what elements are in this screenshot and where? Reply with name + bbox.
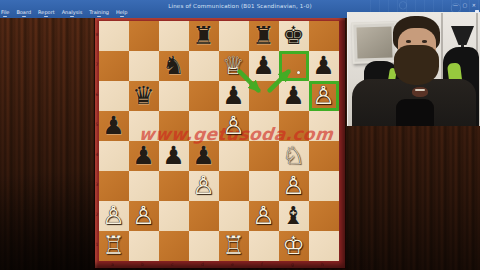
maximize-button[interactable]: ▢ [463,2,468,8]
app-window: Lines of Communication (B01 Scandinavian… [0,0,480,270]
square-e8[interactable] [219,21,249,51]
menu-bar: FileBoardReportAnalysisTrainingHelp [1,9,127,18]
square-b4[interactable]: ♟ [129,141,159,171]
highlight-h6 [309,81,339,111]
square-c2[interactable] [159,201,189,231]
menu-board[interactable]: Board [16,9,31,18]
square-d7[interactable] [189,51,219,81]
square-b1[interactable] [129,231,159,261]
coord-rank-3: 3 [95,182,98,187]
coord-rank-7: 7 [95,62,98,67]
cursor-dot [297,71,300,74]
coord-rank-6: 6 [95,92,98,97]
square-e3[interactable] [219,171,249,201]
square-b8[interactable] [129,21,159,51]
square-h8[interactable] [309,21,339,51]
square-b6[interactable]: ♛ [129,81,159,111]
piece-white-knight: ♘ [282,141,304,171]
square-e6[interactable]: ♟ [219,81,249,111]
square-d8[interactable]: ♜ [189,21,219,51]
square-g6[interactable]: ♟ [279,81,309,111]
square-f7[interactable]: ♟ [249,51,279,81]
square-h2[interactable] [309,201,339,231]
piece-black-knight: ♞ [162,51,184,81]
piece-black-rook: ♜ [192,21,214,51]
piece-white-pawn: ♙ [192,171,214,201]
presenter-shirt [396,99,434,126]
square-a5[interactable]: ♟ [99,111,129,141]
coord-rank-4: 4 [95,152,98,157]
piece-white-queen: ♕ [222,51,244,81]
square-g3[interactable]: ♙ [279,171,309,201]
piece-black-pawn: ♟ [162,141,184,171]
square-a8[interactable] [99,21,129,51]
piece-black-pawn: ♟ [312,51,334,81]
piece-white-pawn: ♙ [282,171,304,201]
menu-file[interactable]: File [1,9,9,18]
square-c8[interactable] [159,21,189,51]
ribbon-collapse-icon[interactable] [475,10,479,14]
square-g2[interactable]: ♝ [279,201,309,231]
piece-white-pawn: ♙ [102,201,124,231]
piece-black-pawn: ♟ [132,141,154,171]
square-e4[interactable] [219,141,249,171]
coord-rank-2: 2 [95,212,98,217]
square-c3[interactable] [159,171,189,201]
piece-white-rook: ♖ [222,231,244,261]
square-e1[interactable]: ♖ [219,231,249,261]
coord-file-f: f [261,262,263,267]
window-controls: —▢✕ [453,2,476,8]
piece-white-rook: ♖ [102,231,124,261]
menu-training[interactable]: Training [89,9,109,18]
piece-black-pawn: ♟ [222,81,244,111]
square-f2[interactable]: ♙ [249,201,279,231]
close-button[interactable]: ✕ [472,2,476,8]
square-c6[interactable] [159,81,189,111]
square-a3[interactable] [99,171,129,201]
square-b2[interactable]: ♙ [129,201,159,231]
presenter-beard [394,45,439,85]
coord-file-h: h [321,262,324,267]
square-h3[interactable] [309,171,339,201]
highlight-g7 [279,51,309,81]
piece-black-pawn: ♟ [282,81,304,111]
coord-file-a: a [111,262,114,267]
square-f1[interactable] [249,231,279,261]
square-g4[interactable]: ♘ [279,141,309,171]
piece-black-pawn: ♟ [102,111,124,141]
piece-black-rook: ♜ [252,21,274,51]
square-e5[interactable]: ♙ [219,111,249,141]
chess-board-frame: ♜♜♚♞♕♟♟♛♟♟♙♟♙♟♟♟♘♙♙♙♙♙♝♖♖♔ www.getusoda.… [95,18,345,268]
square-c4[interactable]: ♟ [159,141,189,171]
square-a4[interactable] [99,141,129,171]
square-g8[interactable]: ♚ [279,21,309,51]
square-f8[interactable]: ♜ [249,21,279,51]
square-a1[interactable]: ♖ [99,231,129,261]
square-f4[interactable] [249,141,279,171]
presenter-webcam [347,12,480,126]
piece-black-queen: ♛ [132,81,154,111]
square-b7[interactable] [129,51,159,81]
square-d2[interactable] [189,201,219,231]
square-c7[interactable]: ♞ [159,51,189,81]
minimize-button[interactable]: — [453,2,458,8]
square-d4[interactable]: ♟ [189,141,219,171]
square-b3[interactable] [129,171,159,201]
square-a7[interactable] [99,51,129,81]
coord-file-b: b [141,262,144,267]
square-c1[interactable] [159,231,189,261]
coord-rank-1: 1 [95,242,98,247]
square-h7[interactable]: ♟ [309,51,339,81]
coord-rank-5: 5 [95,122,98,127]
square-f3[interactable] [249,171,279,201]
menu-help[interactable]: Help [116,9,127,18]
floor-lamp-shade [451,26,474,45]
presenter-head [391,16,443,86]
square-d1[interactable] [189,231,219,261]
square-d6[interactable] [189,81,219,111]
presenter-mouth [412,87,428,97]
piece-black-pawn: ♟ [192,141,214,171]
square-h4[interactable] [309,141,339,171]
piece-black-pawn: ♟ [252,51,274,81]
square-a2[interactable]: ♙ [99,201,129,231]
piece-white-pawn: ♙ [222,111,244,141]
menu-analysis[interactable]: Analysis [62,9,83,18]
square-e2[interactable] [219,201,249,231]
square-d3[interactable]: ♙ [189,171,219,201]
piece-black-king: ♚ [282,21,304,51]
square-e7[interactable]: ♕ [219,51,249,81]
piece-black-bishop: ♝ [282,201,304,231]
piece-white-king: ♔ [282,231,304,261]
coord-rank-8: 8 [95,32,98,37]
square-h1[interactable] [309,231,339,261]
square-g1[interactable]: ♔ [279,231,309,261]
piece-white-pawn: ♙ [132,201,154,231]
piece-white-pawn: ♙ [252,201,274,231]
coord-file-c: c [171,262,173,267]
menu-report[interactable]: Report [38,9,55,18]
coord-file-e: e [231,262,234,267]
coord-file-d: d [201,262,204,267]
square-f6[interactable] [249,81,279,111]
square-a6[interactable] [99,81,129,111]
coord-file-g: g [291,262,294,267]
